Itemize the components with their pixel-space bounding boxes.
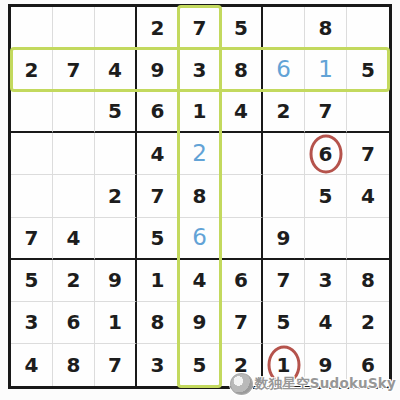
watermark: 数独星空SudokuSky	[230, 373, 396, 395]
cell-r1c2[interactable]	[53, 7, 95, 49]
cell-r2c4[interactable]: 9	[137, 49, 179, 91]
cell-r8c2[interactable]: 6	[53, 302, 95, 344]
cell-r5c2[interactable]	[53, 175, 95, 217]
sudoku-screenshot: 2758274938615561427426727854745695291467…	[0, 0, 400, 400]
given-digit: 5	[234, 18, 248, 38]
given-digit: 9	[319, 355, 333, 375]
cell-r1c8[interactable]: 8	[305, 7, 347, 49]
given-digit: 6	[234, 270, 248, 290]
given-digit: 3	[193, 60, 207, 80]
cell-r4c1[interactable]	[11, 133, 53, 175]
cell-r6c5[interactable]: 6	[179, 218, 221, 260]
given-digit: 7	[361, 144, 375, 164]
given-digit: 7	[234, 312, 248, 332]
given-digit: 2	[361, 312, 375, 332]
given-digit: 2	[25, 60, 39, 80]
given-digit: 5	[361, 60, 375, 80]
given-digit: 5	[277, 312, 291, 332]
given-digit: 2	[151, 18, 165, 38]
cell-r8c4[interactable]: 8	[137, 302, 179, 344]
cell-r8c7[interactable]: 5	[263, 302, 305, 344]
cell-r2c7[interactable]: 6	[263, 49, 305, 91]
cell-r8c9[interactable]: 2	[347, 302, 389, 344]
sudoku-board: 2758274938615561427426727854745695291467…	[8, 4, 392, 389]
cell-r6c4[interactable]: 5	[137, 218, 179, 260]
cell-r3c5[interactable]: 1	[179, 91, 221, 133]
given-digit: 5	[193, 355, 207, 375]
given-digit: 1	[193, 101, 207, 121]
cell-r8c5[interactable]: 9	[179, 302, 221, 344]
cell-r5c1[interactable]	[11, 175, 53, 217]
given-digit: 2	[277, 101, 291, 121]
given-digit: 7	[319, 101, 333, 121]
cell-r5c4[interactable]: 7	[137, 175, 179, 217]
cell-r5c3[interactable]: 2	[95, 175, 137, 217]
cell-r4c9[interactable]: 7	[347, 133, 389, 175]
cell-r4c7[interactable]	[263, 133, 305, 175]
cell-r1c6[interactable]: 5	[221, 7, 263, 49]
cell-r9c4[interactable]: 3	[137, 344, 179, 386]
given-digit: 8	[319, 18, 333, 38]
cell-r4c6[interactable]	[221, 133, 263, 175]
cell-r7c4[interactable]: 1	[137, 260, 179, 302]
cell-r4c8[interactable]: 6	[305, 133, 347, 175]
cell-r2c6[interactable]: 8	[221, 49, 263, 91]
cell-r5c9[interactable]: 4	[347, 175, 389, 217]
cell-r9c1[interactable]: 4	[11, 344, 53, 386]
cell-r3c4[interactable]: 6	[137, 91, 179, 133]
given-digit: 3	[319, 270, 333, 290]
cell-r1c5[interactable]: 7	[179, 7, 221, 49]
solver-digit: 2	[192, 142, 207, 165]
given-digit: 9	[151, 60, 165, 80]
cell-r9c5[interactable]: 5	[179, 344, 221, 386]
cell-r3c6[interactable]: 4	[221, 91, 263, 133]
solver-digit: 6	[276, 58, 291, 81]
given-digit: 7	[151, 186, 165, 206]
given-digit: 4	[234, 101, 248, 121]
cell-r1c7[interactable]	[263, 7, 305, 49]
cell-r3c9[interactable]	[347, 91, 389, 133]
given-digit: 8	[193, 186, 207, 206]
cell-r4c2[interactable]	[53, 133, 95, 175]
given-digit: 8	[151, 312, 165, 332]
given-digit: 6	[319, 144, 333, 164]
cell-r7c5[interactable]: 4	[179, 260, 221, 302]
cell-r6c7[interactable]: 9	[263, 218, 305, 260]
solver-digit: 1	[318, 58, 333, 81]
cell-r7c6[interactable]: 6	[221, 260, 263, 302]
cell-r6c8[interactable]	[305, 218, 347, 260]
cell-r9c2[interactable]: 8	[53, 344, 95, 386]
cell-r7c7[interactable]: 7	[263, 260, 305, 302]
given-digit: 2	[67, 270, 81, 290]
cell-r8c8[interactable]: 4	[305, 302, 347, 344]
cell-r9c3[interactable]: 7	[95, 344, 137, 386]
given-digit: 4	[151, 144, 165, 164]
given-digit: 7	[277, 270, 291, 290]
cell-r5c8[interactable]: 5	[305, 175, 347, 217]
given-digit: 5	[25, 270, 39, 290]
cell-r1c3[interactable]	[95, 7, 137, 49]
given-digit: 4	[319, 312, 333, 332]
cell-r7c3[interactable]: 9	[95, 260, 137, 302]
given-digit: 6	[67, 312, 81, 332]
solver-digit: 6	[192, 226, 207, 249]
cell-r4c5[interactable]: 2	[179, 133, 221, 175]
given-digit: 2	[108, 186, 122, 206]
cell-r3c3[interactable]: 5	[95, 91, 137, 133]
given-digit: 9	[108, 270, 122, 290]
given-digit: 7	[25, 228, 39, 248]
given-digit: 4	[193, 270, 207, 290]
cell-r6c9[interactable]	[347, 218, 389, 260]
given-digit: 9	[193, 312, 207, 332]
cell-r8c3[interactable]: 1	[95, 302, 137, 344]
watermark-text: 数独星空SudokuSky	[255, 375, 396, 393]
cell-r2c9[interactable]: 5	[347, 49, 389, 91]
cell-r6c3[interactable]	[95, 218, 137, 260]
cell-r4c4[interactable]: 4	[137, 133, 179, 175]
given-digit: 1	[151, 270, 165, 290]
given-digit: 8	[234, 60, 248, 80]
given-digit: 7	[193, 18, 207, 38]
given-digit: 2	[234, 355, 248, 375]
cell-r8c1[interactable]: 3	[11, 302, 53, 344]
given-digit: 5	[151, 228, 165, 248]
cell-r1c9[interactable]	[347, 7, 389, 49]
given-digit: 4	[361, 186, 375, 206]
cell-r2c8[interactable]: 1	[305, 49, 347, 91]
cell-r7c2[interactable]: 2	[53, 260, 95, 302]
cell-r8c6[interactable]: 7	[221, 302, 263, 344]
given-digit: 4	[67, 228, 81, 248]
given-digit: 5	[108, 101, 122, 121]
given-digit: 5	[319, 186, 333, 206]
given-digit: 6	[151, 101, 165, 121]
cell-r3c2[interactable]	[53, 91, 95, 133]
cell-r5c5[interactable]: 8	[179, 175, 221, 217]
cell-r7c1[interactable]: 5	[11, 260, 53, 302]
given-digit: 4	[108, 60, 122, 80]
cell-r1c4[interactable]: 2	[137, 7, 179, 49]
cell-r3c8[interactable]: 7	[305, 91, 347, 133]
cell-r2c5[interactable]: 3	[179, 49, 221, 91]
given-digit: 6	[361, 355, 375, 375]
cell-r5c6[interactable]	[221, 175, 263, 217]
cell-r6c1[interactable]: 7	[11, 218, 53, 260]
given-digit: 7	[67, 60, 81, 80]
cell-r2c1[interactable]: 2	[11, 49, 53, 91]
given-digit: 8	[361, 270, 375, 290]
cell-r1c1[interactable]	[11, 7, 53, 49]
cell-r2c3[interactable]: 4	[95, 49, 137, 91]
cell-r3c7[interactable]: 2	[263, 91, 305, 133]
cell-r3c1[interactable]	[11, 91, 53, 133]
cell-r6c6[interactable]	[221, 218, 263, 260]
given-digit: 1	[108, 312, 122, 332]
sudokusky-logo-icon	[230, 373, 253, 395]
cell-r5c7[interactable]	[263, 175, 305, 217]
cell-r4c3[interactable]	[95, 133, 137, 175]
given-digit: 1	[277, 355, 291, 375]
cell-r7c8[interactable]: 3	[305, 260, 347, 302]
cell-r7c9[interactable]: 8	[347, 260, 389, 302]
given-digit: 3	[25, 312, 39, 332]
given-digit: 8	[67, 355, 81, 375]
given-digit: 4	[25, 355, 39, 375]
cell-r6c2[interactable]: 4	[53, 218, 95, 260]
cell-r2c2[interactable]: 7	[53, 49, 95, 91]
given-digit: 3	[151, 355, 165, 375]
given-digit: 9	[277, 228, 291, 248]
given-digit: 7	[108, 355, 122, 375]
